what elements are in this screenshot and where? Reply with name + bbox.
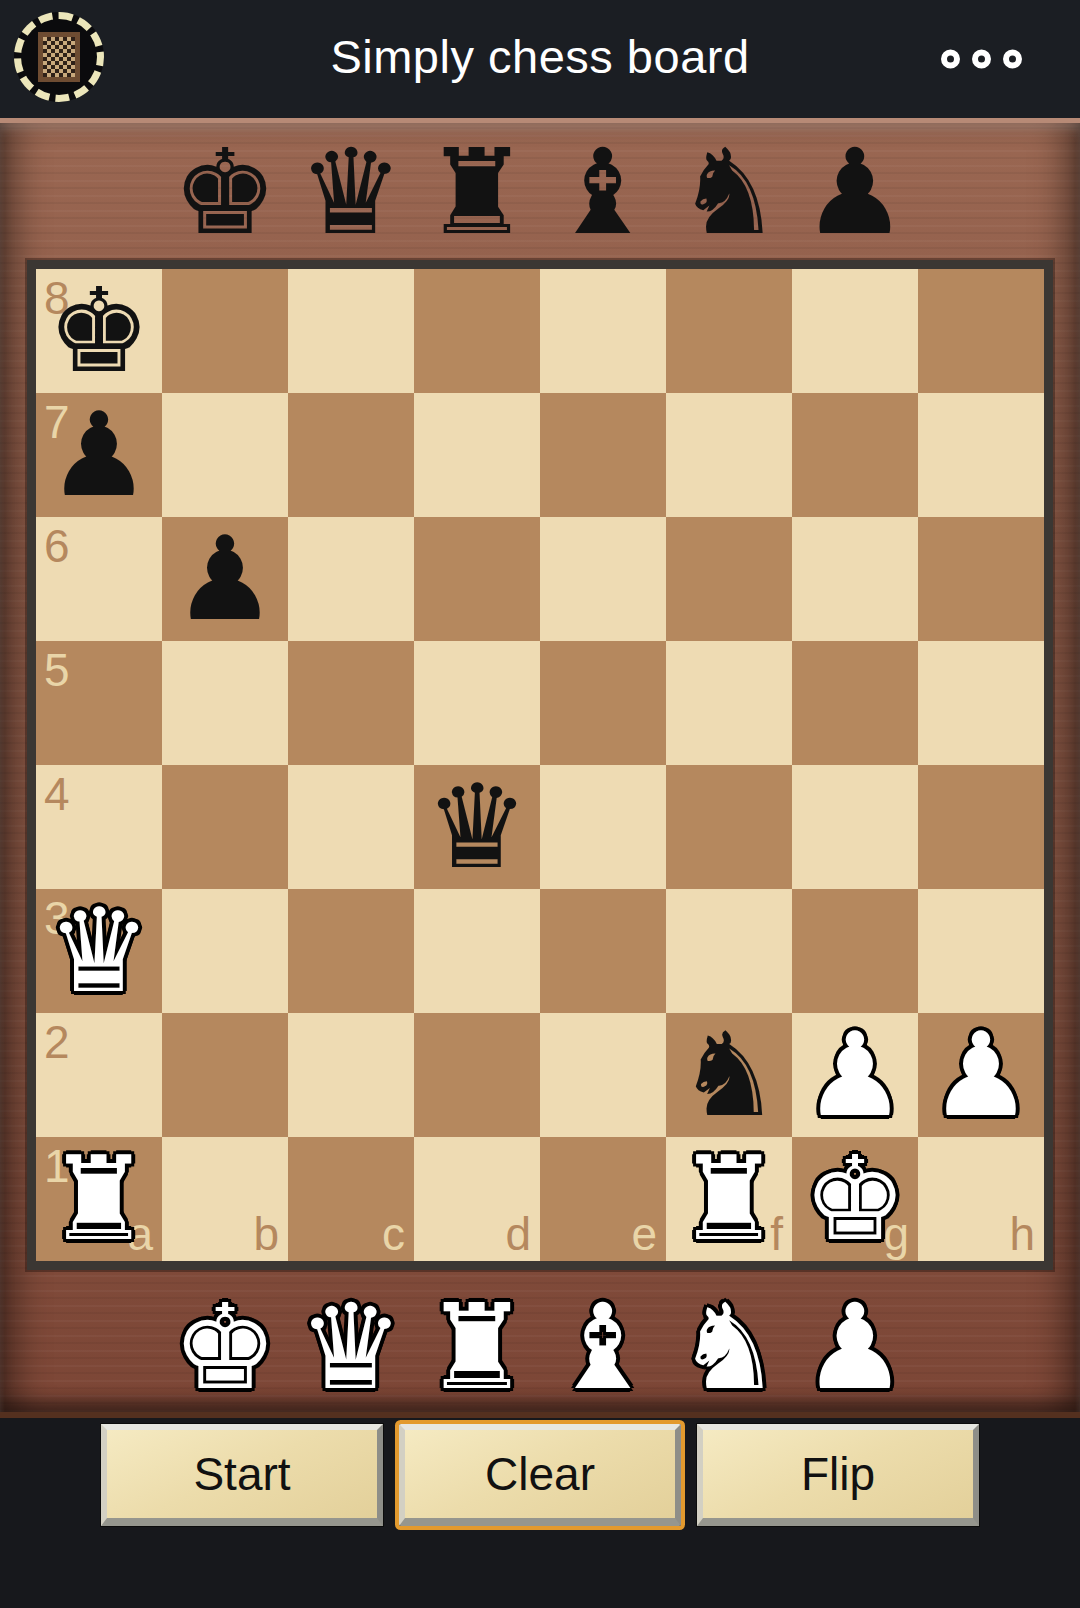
- tray-black-pawn[interactable]: ♟: [792, 123, 918, 260]
- tray-white-pawn[interactable]: ♟: [792, 1270, 918, 1423]
- chess-board: 8♚7♟6♟54♛3♛2♞♟♟1a♜bcdef♜g♚h: [27, 260, 1053, 1270]
- square-f8[interactable]: [666, 269, 792, 393]
- rank-label-2: 2: [44, 1019, 70, 1065]
- wooden-frame: ♚♛♜♝♞♟ 8♚7♟6♟54♛3♛2♞♟♟1a♜bcdef♜g♚h ♚♛♜♝♞…: [0, 118, 1080, 1418]
- square-a8[interactable]: 8♚: [36, 269, 162, 393]
- square-d1[interactable]: d: [414, 1137, 540, 1261]
- square-b5[interactable]: [162, 641, 288, 765]
- square-h8[interactable]: [918, 269, 1044, 393]
- square-c6[interactable]: [288, 517, 414, 641]
- file-label-c: c: [382, 1211, 405, 1257]
- black-piece-tray: ♚♛♜♝♞♟: [0, 123, 1080, 260]
- square-a5[interactable]: 5: [36, 641, 162, 765]
- black-pawn-palette: ♟: [802, 133, 908, 251]
- black-pawn[interactable]: ♟: [47, 397, 151, 513]
- square-g8[interactable]: [792, 269, 918, 393]
- tray-white-king[interactable]: ♚: [162, 1270, 288, 1423]
- black-queen-palette: ♛: [298, 133, 404, 251]
- square-a2[interactable]: 2: [36, 1013, 162, 1137]
- flip-button[interactable]: Flip: [697, 1424, 979, 1526]
- tray-white-rook[interactable]: ♜: [414, 1270, 540, 1423]
- menu-dot-icon: [941, 50, 960, 69]
- square-b2[interactable]: [162, 1013, 288, 1137]
- square-b4[interactable]: [162, 765, 288, 889]
- white-knight-palette: ♞: [676, 1288, 782, 1406]
- square-a4[interactable]: 4: [36, 765, 162, 889]
- overflow-menu-button[interactable]: [941, 50, 1022, 69]
- square-f5[interactable]: [666, 641, 792, 765]
- app-title: Simply chess board: [330, 29, 749, 84]
- tray-white-knight[interactable]: ♞: [666, 1270, 792, 1423]
- black-bishop-palette: ♝: [550, 133, 656, 251]
- square-g4[interactable]: [792, 765, 918, 889]
- tray-black-knight[interactable]: ♞: [666, 123, 792, 260]
- square-g6[interactable]: [792, 517, 918, 641]
- square-e8[interactable]: [540, 269, 666, 393]
- black-knight[interactable]: ♞: [677, 1017, 781, 1133]
- square-c2[interactable]: [288, 1013, 414, 1137]
- tray-black-rook[interactable]: ♜: [414, 123, 540, 260]
- tray-black-queen[interactable]: ♛: [288, 123, 414, 260]
- square-b6[interactable]: ♟: [162, 517, 288, 641]
- square-g7[interactable]: [792, 393, 918, 517]
- start-button[interactable]: Start: [101, 1424, 383, 1526]
- rank-label-6: 6: [44, 523, 70, 569]
- square-e3[interactable]: [540, 889, 666, 1013]
- white-queen[interactable]: ♛: [47, 893, 151, 1009]
- square-h1[interactable]: h: [918, 1137, 1044, 1261]
- black-pawn[interactable]: ♟: [173, 521, 277, 637]
- square-h3[interactable]: [918, 889, 1044, 1013]
- square-g2[interactable]: ♟: [792, 1013, 918, 1137]
- square-e6[interactable]: [540, 517, 666, 641]
- file-label-h: h: [1009, 1211, 1035, 1257]
- square-d8[interactable]: [414, 269, 540, 393]
- square-a1[interactable]: 1a♜: [36, 1137, 162, 1261]
- square-c8[interactable]: [288, 269, 414, 393]
- tray-black-king[interactable]: ♚: [162, 123, 288, 260]
- square-h5[interactable]: [918, 641, 1044, 765]
- square-d2[interactable]: [414, 1013, 540, 1137]
- clear-button[interactable]: Clear: [399, 1424, 681, 1526]
- square-a7[interactable]: 7♟: [36, 393, 162, 517]
- black-rook-palette: ♜: [424, 133, 530, 251]
- square-e1[interactable]: e: [540, 1137, 666, 1261]
- white-king[interactable]: ♚: [803, 1141, 907, 1257]
- menu-dot-icon: [972, 50, 991, 69]
- square-f2[interactable]: ♞: [666, 1013, 792, 1137]
- square-f1[interactable]: f♜: [666, 1137, 792, 1261]
- square-d6[interactable]: [414, 517, 540, 641]
- white-pawn[interactable]: ♟: [929, 1017, 1033, 1133]
- white-rook[interactable]: ♜: [677, 1141, 781, 1257]
- square-a3[interactable]: 3♛: [36, 889, 162, 1013]
- square-b1[interactable]: b: [162, 1137, 288, 1261]
- square-c5[interactable]: [288, 641, 414, 765]
- black-knight-palette: ♞: [676, 133, 782, 251]
- black-queen[interactable]: ♛: [425, 769, 529, 885]
- file-label-d: d: [505, 1211, 531, 1257]
- square-g5[interactable]: [792, 641, 918, 765]
- square-b3[interactable]: [162, 889, 288, 1013]
- square-f7[interactable]: [666, 393, 792, 517]
- square-h4[interactable]: [918, 765, 1044, 889]
- square-c4[interactable]: [288, 765, 414, 889]
- white-queen-palette: ♛: [298, 1288, 404, 1406]
- white-rook[interactable]: ♜: [47, 1141, 151, 1257]
- square-d7[interactable]: [414, 393, 540, 517]
- square-b7[interactable]: [162, 393, 288, 517]
- square-f3[interactable]: [666, 889, 792, 1013]
- square-d3[interactable]: [414, 889, 540, 1013]
- square-d4[interactable]: ♛: [414, 765, 540, 889]
- square-f6[interactable]: [666, 517, 792, 641]
- rank-label-4: 4: [44, 771, 70, 817]
- square-g1[interactable]: g♚: [792, 1137, 918, 1261]
- black-king-palette: ♚: [172, 133, 278, 251]
- white-bishop-palette: ♝: [550, 1288, 656, 1406]
- square-a6[interactable]: 6: [36, 517, 162, 641]
- tray-black-bishop[interactable]: ♝: [540, 123, 666, 260]
- square-e7[interactable]: [540, 393, 666, 517]
- app-logo-icon: [14, 12, 104, 102]
- app-bar: Simply chess board: [0, 0, 1080, 118]
- controls-bar: Start Clear Flip: [0, 1418, 1080, 1608]
- white-rook-palette: ♜: [424, 1288, 530, 1406]
- square-e4[interactable]: [540, 765, 666, 889]
- square-d5[interactable]: [414, 641, 540, 765]
- file-label-e: e: [631, 1211, 657, 1257]
- square-c7[interactable]: [288, 393, 414, 517]
- square-f4[interactable]: [666, 765, 792, 889]
- file-label-b: b: [253, 1211, 279, 1257]
- white-pawn-palette: ♟: [802, 1288, 908, 1406]
- white-pawn[interactable]: ♟: [803, 1017, 907, 1133]
- square-g3[interactable]: [792, 889, 918, 1013]
- white-king-palette: ♚: [172, 1288, 278, 1406]
- square-h7[interactable]: [918, 393, 1044, 517]
- app-logo-board: [38, 32, 80, 82]
- menu-dot-icon: [1003, 50, 1022, 69]
- black-king[interactable]: ♚: [47, 273, 151, 389]
- square-e5[interactable]: [540, 641, 666, 765]
- white-piece-tray: ♚♛♜♝♞♟: [0, 1270, 1080, 1423]
- rank-label-5: 5: [44, 647, 70, 693]
- tray-white-queen[interactable]: ♛: [288, 1270, 414, 1423]
- square-e2[interactable]: [540, 1013, 666, 1137]
- tray-white-bishop[interactable]: ♝: [540, 1270, 666, 1423]
- square-c3[interactable]: [288, 889, 414, 1013]
- square-h2[interactable]: ♟: [918, 1013, 1044, 1137]
- square-c1[interactable]: c: [288, 1137, 414, 1261]
- square-b8[interactable]: [162, 269, 288, 393]
- square-h6[interactable]: [918, 517, 1044, 641]
